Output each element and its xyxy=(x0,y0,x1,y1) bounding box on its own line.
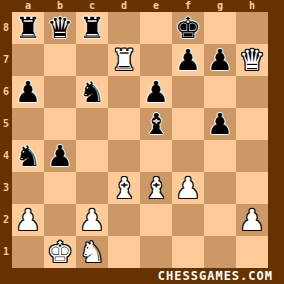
square-a7[interactable] xyxy=(12,44,44,76)
square-h5[interactable] xyxy=(236,108,268,140)
square-g1[interactable] xyxy=(204,236,236,268)
black-rook-a8: ♜ xyxy=(12,12,44,44)
square-a2[interactable]: ♟ xyxy=(12,204,44,236)
square-f3[interactable]: ♟ xyxy=(172,172,204,204)
square-e5[interactable]: ♝ xyxy=(140,108,172,140)
square-f7[interactable]: ♟ xyxy=(172,44,204,76)
square-g2[interactable] xyxy=(204,204,236,236)
square-b1[interactable]: ♚ xyxy=(44,236,76,268)
white-rook-d7: ♜ xyxy=(108,44,140,76)
square-e4[interactable] xyxy=(140,140,172,172)
black-king-f8: ♚ xyxy=(172,12,204,44)
square-c8[interactable]: ♜ xyxy=(76,12,108,44)
black-queen-b8: ♛ xyxy=(44,12,76,44)
square-d4[interactable] xyxy=(108,140,140,172)
square-e7[interactable] xyxy=(140,44,172,76)
square-a8[interactable]: ♜ xyxy=(12,12,44,44)
square-f8[interactable]: ♚ xyxy=(172,12,204,44)
white-pawn-c2: ♟ xyxy=(76,204,108,236)
square-d1[interactable] xyxy=(108,236,140,268)
square-a1[interactable] xyxy=(12,236,44,268)
square-d7[interactable]: ♜ xyxy=(108,44,140,76)
square-a3[interactable] xyxy=(12,172,44,204)
rank-labels: 87654321 xyxy=(0,12,12,268)
square-e8[interactable] xyxy=(140,12,172,44)
square-a6[interactable]: ♟ xyxy=(12,76,44,108)
square-c6[interactable]: ♞ xyxy=(76,76,108,108)
black-rook-c8: ♜ xyxy=(76,12,108,44)
file-label-h: h xyxy=(236,0,268,12)
square-d5[interactable] xyxy=(108,108,140,140)
white-bishop-d3: ♝ xyxy=(108,172,140,204)
square-b5[interactable] xyxy=(44,108,76,140)
rank-label-4: 4 xyxy=(0,140,12,172)
black-pawn-a6: ♟ xyxy=(12,76,44,108)
square-e1[interactable] xyxy=(140,236,172,268)
white-knight-c1: ♞ xyxy=(76,236,108,268)
square-d3[interactable]: ♝ xyxy=(108,172,140,204)
rank-label-8: 8 xyxy=(0,12,12,44)
rank-label-5: 5 xyxy=(0,108,12,140)
black-pawn-g5: ♟ xyxy=(204,108,236,140)
square-f1[interactable] xyxy=(172,236,204,268)
black-pawn-b4: ♟ xyxy=(44,140,76,172)
file-label-d: d xyxy=(108,0,140,12)
square-a5[interactable] xyxy=(12,108,44,140)
square-b4[interactable]: ♟ xyxy=(44,140,76,172)
black-knight-a4: ♞ xyxy=(12,140,44,172)
white-king-b1: ♚ xyxy=(44,236,76,268)
square-d6[interactable] xyxy=(108,76,140,108)
square-f4[interactable] xyxy=(172,140,204,172)
square-f6[interactable] xyxy=(172,76,204,108)
square-b6[interactable] xyxy=(44,76,76,108)
square-b8[interactable]: ♛ xyxy=(44,12,76,44)
square-c4[interactable] xyxy=(76,140,108,172)
black-bishop-e5: ♝ xyxy=(140,108,172,140)
square-a4[interactable]: ♞ xyxy=(12,140,44,172)
square-b7[interactable] xyxy=(44,44,76,76)
white-pawn-f3: ♟ xyxy=(172,172,204,204)
square-g8[interactable] xyxy=(204,12,236,44)
square-b2[interactable] xyxy=(44,204,76,236)
white-bishop-e3: ♝ xyxy=(140,172,172,204)
black-knight-c6: ♞ xyxy=(76,76,108,108)
black-pawn-f7: ♟ xyxy=(172,44,204,76)
square-d2[interactable] xyxy=(108,204,140,236)
rank-label-3: 3 xyxy=(0,172,12,204)
black-pawn-e6: ♟ xyxy=(140,76,172,108)
file-label-e: e xyxy=(140,0,172,12)
square-d8[interactable] xyxy=(108,12,140,44)
square-b3[interactable] xyxy=(44,172,76,204)
rank-label-1: 1 xyxy=(0,236,12,268)
chessgames-watermark: CHESSGAMES.COM xyxy=(158,268,273,284)
square-e3[interactable]: ♝ xyxy=(140,172,172,204)
square-h1[interactable] xyxy=(236,236,268,268)
square-h8[interactable] xyxy=(236,12,268,44)
black-pawn-g7: ♟ xyxy=(204,44,236,76)
square-h2[interactable]: ♟ xyxy=(236,204,268,236)
square-g3[interactable] xyxy=(204,172,236,204)
square-g5[interactable]: ♟ xyxy=(204,108,236,140)
rank-label-6: 6 xyxy=(0,76,12,108)
square-h6[interactable] xyxy=(236,76,268,108)
square-c2[interactable]: ♟ xyxy=(76,204,108,236)
rank-label-7: 7 xyxy=(0,44,12,76)
file-label-g: g xyxy=(204,0,236,12)
square-c1[interactable]: ♞ xyxy=(76,236,108,268)
square-h7[interactable]: ♛ xyxy=(236,44,268,76)
white-pawn-a2: ♟ xyxy=(12,204,44,236)
square-g4[interactable] xyxy=(204,140,236,172)
square-f5[interactable] xyxy=(172,108,204,140)
white-pawn-h2: ♟ xyxy=(236,204,268,236)
square-g7[interactable]: ♟ xyxy=(204,44,236,76)
square-e2[interactable] xyxy=(140,204,172,236)
square-h3[interactable] xyxy=(236,172,268,204)
chess-diagram: abcdefgh 87654321 ♜♛♜♚♜♟♟♛♟♞♟♝♟♞♟♝♝♟♟♟♟♚… xyxy=(0,0,284,284)
white-queen-h7: ♛ xyxy=(236,44,268,76)
square-e6[interactable]: ♟ xyxy=(140,76,172,108)
chess-board: ♜♛♜♚♜♟♟♛♟♞♟♝♟♞♟♝♝♟♟♟♟♚♞ xyxy=(12,12,268,268)
square-f2[interactable] xyxy=(172,204,204,236)
square-c7[interactable] xyxy=(76,44,108,76)
rank-label-2: 2 xyxy=(0,204,12,236)
square-g6[interactable] xyxy=(204,76,236,108)
square-h4[interactable] xyxy=(236,140,268,172)
square-c5[interactable] xyxy=(76,108,108,140)
square-c3[interactable] xyxy=(76,172,108,204)
